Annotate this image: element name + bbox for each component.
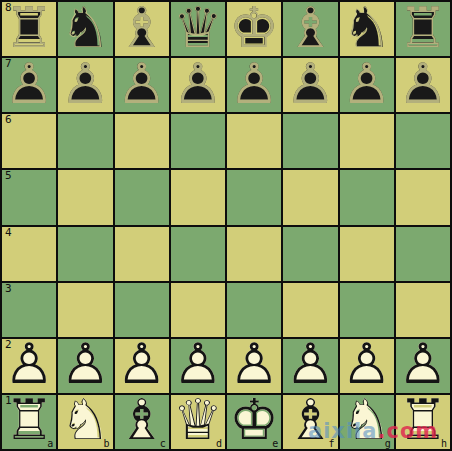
piece-glyph-outline: ♖	[396, 2, 450, 56]
file-label-g: g	[385, 438, 391, 449]
square-h1[interactable]: h♜♖	[396, 395, 450, 449]
square-d2[interactable]: ♟♙	[171, 339, 225, 393]
piece-black-queen[interactable]: ♛♕	[171, 2, 225, 56]
piece-black-knight[interactable]: ♞♘	[340, 2, 394, 56]
piece-black-rook[interactable]: ♜♖	[396, 2, 450, 56]
piece-black-pawn[interactable]: ♟♙	[396, 58, 450, 112]
piece-white-pawn[interactable]: ♟♙	[283, 339, 337, 393]
piece-glyph-outline: ♙	[58, 58, 112, 112]
square-g3[interactable]	[340, 283, 394, 337]
square-e6[interactable]	[227, 114, 281, 168]
piece-glyph-outline: ♗	[115, 2, 169, 56]
square-b7[interactable]: ♟♙	[58, 58, 112, 112]
rank-label-6: 6	[5, 114, 12, 126]
square-a8[interactable]: 8♜♖	[2, 2, 56, 56]
square-c1[interactable]: c♝♗	[115, 395, 169, 449]
square-f2[interactable]: ♟♙	[283, 339, 337, 393]
rank-label-5: 5	[5, 170, 12, 182]
piece-glyph-outline: ♙	[396, 58, 450, 112]
square-d1[interactable]: d♛♕	[171, 395, 225, 449]
square-e8[interactable]: ♚♔	[227, 2, 281, 56]
piece-black-king[interactable]: ♚♔	[227, 2, 281, 56]
piece-white-pawn[interactable]: ♟♙	[58, 339, 112, 393]
chess-board: 8♜♖♞♘♝♗♛♕♚♔♝♗♞♘♜♖7♟♙♟♙♟♙♟♙♟♙♟♙♟♙♟♙65432♟…	[0, 0, 452, 451]
piece-glyph-outline: ♗	[283, 2, 337, 56]
square-e2[interactable]: ♟♙	[227, 339, 281, 393]
square-a2[interactable]: 2♟♙	[2, 339, 56, 393]
square-g4[interactable]	[340, 227, 394, 281]
piece-black-pawn[interactable]: ♟♙	[227, 58, 281, 112]
rank-label-1: 1	[5, 395, 12, 407]
piece-glyph-outline: ♙	[283, 339, 337, 393]
file-label-b: b	[103, 438, 109, 449]
square-d5[interactable]	[171, 170, 225, 224]
piece-glyph-outline: ♘	[58, 2, 112, 56]
piece-glyph-outline: ♙	[340, 58, 394, 112]
square-c7[interactable]: ♟♙	[115, 58, 169, 112]
square-b5[interactable]	[58, 170, 112, 224]
file-label-a: a	[47, 438, 53, 449]
square-g7[interactable]: ♟♙	[340, 58, 394, 112]
piece-glyph-outline: ♙	[115, 58, 169, 112]
square-c3[interactable]	[115, 283, 169, 337]
piece-glyph-outline: ♕	[171, 2, 225, 56]
piece-white-pawn[interactable]: ♟♙	[227, 339, 281, 393]
square-b2[interactable]: ♟♙	[58, 339, 112, 393]
file-label-c: c	[160, 438, 166, 449]
square-f1[interactable]: f♝♗	[283, 395, 337, 449]
square-c2[interactable]: ♟♙	[115, 339, 169, 393]
piece-glyph-outline: ♙	[171, 58, 225, 112]
square-h6[interactable]	[396, 114, 450, 168]
square-e1[interactable]: e♚♔	[227, 395, 281, 449]
square-b6[interactable]	[58, 114, 112, 168]
piece-glyph-outline: ♔	[227, 2, 281, 56]
square-a6[interactable]: 6	[2, 114, 56, 168]
piece-black-pawn[interactable]: ♟♙	[58, 58, 112, 112]
square-h2[interactable]: ♟♙	[396, 339, 450, 393]
file-label-h: h	[441, 438, 447, 449]
square-c4[interactable]	[115, 227, 169, 281]
square-d3[interactable]	[171, 283, 225, 337]
piece-black-bishop[interactable]: ♝♗	[283, 2, 337, 56]
file-label-d: d	[216, 438, 222, 449]
chess-app-window: 8♜♖♞♘♝♗♛♕♚♔♝♗♞♘♜♖7♟♙♟♙♟♙♟♙♟♙♟♙♟♙♟♙65432♟…	[0, 0, 452, 451]
square-h8[interactable]: ♜♖	[396, 2, 450, 56]
rank-label-7: 7	[5, 58, 12, 70]
square-e3[interactable]	[227, 283, 281, 337]
piece-black-pawn[interactable]: ♟♙	[171, 58, 225, 112]
file-label-f: f	[328, 438, 334, 449]
square-b8[interactable]: ♞♘	[58, 2, 112, 56]
piece-glyph-outline: ♙	[227, 339, 281, 393]
square-g1[interactable]: g♞♘	[340, 395, 394, 449]
square-g2[interactable]: ♟♙	[340, 339, 394, 393]
square-g8[interactable]: ♞♘	[340, 2, 394, 56]
square-f7[interactable]: ♟♙	[283, 58, 337, 112]
square-d4[interactable]	[171, 227, 225, 281]
piece-glyph-outline: ♙	[171, 339, 225, 393]
square-e5[interactable]	[227, 170, 281, 224]
square-a3[interactable]: 3	[2, 283, 56, 337]
square-h4[interactable]	[396, 227, 450, 281]
square-f3[interactable]	[283, 283, 337, 337]
rank-label-8: 8	[5, 2, 12, 14]
square-d6[interactable]	[171, 114, 225, 168]
rank-label-3: 3	[5, 283, 12, 295]
piece-black-pawn[interactable]: ♟♙	[283, 58, 337, 112]
piece-glyph-outline: ♙	[227, 58, 281, 112]
piece-glyph-outline: ♘	[340, 2, 394, 56]
square-f8[interactable]: ♝♗	[283, 2, 337, 56]
piece-glyph-outline: ♙	[396, 339, 450, 393]
square-a4[interactable]: 4	[2, 227, 56, 281]
square-g5[interactable]	[340, 170, 394, 224]
rank-label-4: 4	[5, 227, 12, 239]
square-e7[interactable]: ♟♙	[227, 58, 281, 112]
square-f4[interactable]	[283, 227, 337, 281]
square-b4[interactable]	[58, 227, 112, 281]
square-d8[interactable]: ♛♕	[171, 2, 225, 56]
square-d7[interactable]: ♟♙	[171, 58, 225, 112]
rank-label-2: 2	[5, 339, 12, 351]
square-e4[interactable]	[227, 227, 281, 281]
square-c5[interactable]	[115, 170, 169, 224]
piece-white-pawn[interactable]: ♟♙	[115, 339, 169, 393]
piece-black-pawn[interactable]: ♟♙	[115, 58, 169, 112]
square-h3[interactable]	[396, 283, 450, 337]
piece-white-pawn[interactable]: ♟♙	[171, 339, 225, 393]
piece-black-bishop[interactable]: ♝♗	[115, 2, 169, 56]
piece-black-knight[interactable]: ♞♘	[58, 2, 112, 56]
file-label-e: e	[272, 438, 278, 449]
square-f5[interactable]	[283, 170, 337, 224]
piece-glyph-outline: ♙	[283, 58, 337, 112]
piece-glyph-outline: ♙	[340, 339, 394, 393]
square-g6[interactable]	[340, 114, 394, 168]
square-h5[interactable]	[396, 170, 450, 224]
piece-white-pawn[interactable]: ♟♙	[396, 339, 450, 393]
piece-white-pawn[interactable]: ♟♙	[340, 339, 394, 393]
piece-glyph-outline: ♙	[115, 339, 169, 393]
square-a7[interactable]: 7♟♙	[2, 58, 56, 112]
square-c8[interactable]: ♝♗	[115, 2, 169, 56]
square-b3[interactable]	[58, 283, 112, 337]
square-a5[interactable]: 5	[2, 170, 56, 224]
square-f6[interactable]	[283, 114, 337, 168]
piece-glyph-outline: ♙	[58, 339, 112, 393]
square-b1[interactable]: b♞♘	[58, 395, 112, 449]
square-a1[interactable]: 1a♜♖	[2, 395, 56, 449]
square-c6[interactable]	[115, 114, 169, 168]
square-h7[interactable]: ♟♙	[396, 58, 450, 112]
piece-black-pawn[interactable]: ♟♙	[340, 58, 394, 112]
